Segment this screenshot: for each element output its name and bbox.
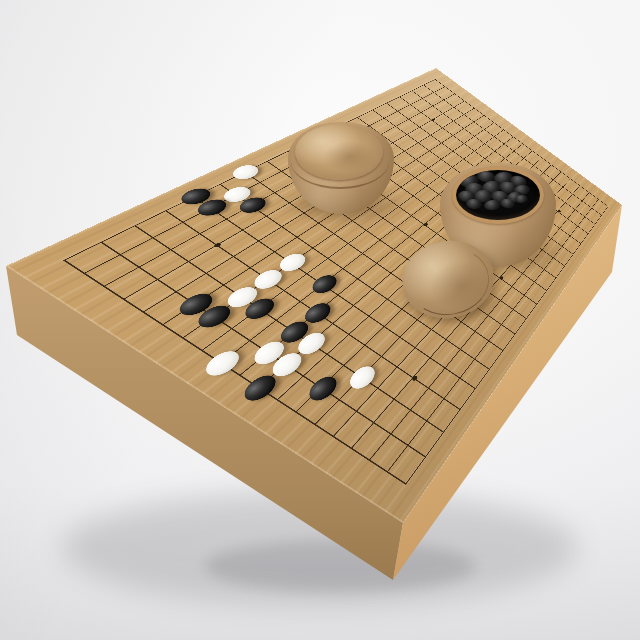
product-photo-stage — [0, 0, 640, 640]
floor-contact-shadow — [205, 540, 475, 592]
black-stone-in-bowl — [483, 199, 501, 211]
open-bowl-opening-with-black-stones — [452, 166, 544, 224]
closed-bowl-lid-top — [295, 124, 383, 180]
black-stone-in-bowl — [515, 194, 529, 203]
closed-stone-bowl — [288, 122, 394, 214]
